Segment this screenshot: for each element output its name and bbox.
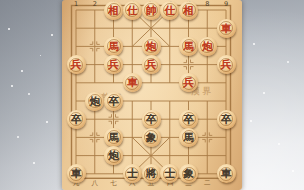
piece-black-soldier[interactable]: 卒 — [104, 92, 123, 111]
piece-black-chariot[interactable]: 車 — [67, 164, 86, 183]
sparkle-dot — [51, 34, 53, 36]
piece-black-horse[interactable]: 馬 — [179, 128, 198, 147]
piece-black-chariot[interactable]: 車 — [217, 164, 236, 183]
sparkle-dot — [17, 136, 19, 138]
piece-character: 車 — [127, 73, 138, 92]
piece-character: 卒 — [183, 110, 194, 129]
piece-black-elephant[interactable]: 象 — [142, 128, 161, 147]
video-frame: 123456789 九八七六五四三二一 楚河 漢界 相仕帥仕相車馬炮馬炮兵兵兵兵… — [0, 0, 304, 190]
piece-character: 兵 — [146, 55, 157, 74]
piece-black-general[interactable]: 將 — [142, 164, 161, 183]
sparkle-dot — [28, 93, 30, 95]
piece-red-elephant[interactable]: 相 — [179, 1, 198, 20]
piece-red-chariot[interactable]: 車 — [217, 19, 236, 38]
file-label-bottom: 二 — [202, 180, 212, 187]
piece-character: 兵 — [221, 55, 232, 74]
file-label-bottom: 七 — [109, 180, 119, 187]
piece-black-cannon[interactable]: 炮 — [85, 92, 104, 111]
piece-character: 相 — [183, 1, 194, 20]
sparkle-dot — [292, 170, 294, 172]
piece-character: 兵 — [108, 55, 119, 74]
piece-character: 仕 — [127, 1, 138, 20]
piece-character: 將 — [146, 164, 157, 183]
piece-character: 卒 — [108, 92, 119, 111]
piece-red-soldier[interactable]: 兵 — [104, 55, 123, 74]
sparkle-dot — [11, 85, 13, 87]
file-label-top: 9 — [221, 1, 231, 8]
piece-character: 馬 — [108, 37, 119, 56]
piece-character: 車 — [221, 164, 232, 183]
piece-character: 炮 — [108, 146, 119, 165]
piece-black-advisor[interactable]: 士 — [123, 164, 142, 183]
piece-red-general[interactable]: 帥 — [142, 1, 161, 20]
piece-character: 卒 — [221, 110, 232, 129]
piece-character: 士 — [127, 164, 138, 183]
piece-red-elephant[interactable]: 相 — [104, 1, 123, 20]
piece-red-cannon[interactable]: 炮 — [198, 37, 217, 56]
piece-character: 車 — [71, 164, 82, 183]
sparkle-dot — [278, 143, 280, 145]
piece-red-chariot[interactable]: 車 — [123, 73, 142, 92]
sparkle-dot — [46, 121, 48, 123]
piece-character: 仕 — [165, 1, 176, 20]
piece-character: 炮 — [146, 37, 157, 56]
sparkle-dot — [287, 61, 289, 63]
piece-black-horse[interactable]: 馬 — [104, 128, 123, 147]
piece-character: 車 — [221, 19, 232, 38]
file-label-top: 8 — [202, 1, 212, 8]
piece-character: 卒 — [146, 110, 157, 129]
piece-black-soldier[interactable]: 卒 — [217, 110, 236, 129]
sparkle-dot — [263, 92, 265, 94]
sparkle-dot — [250, 120, 252, 122]
piece-character: 兵 — [183, 73, 194, 92]
piece-black-soldier[interactable]: 卒 — [67, 110, 86, 129]
piece-black-soldier[interactable]: 卒 — [179, 110, 198, 129]
sparkle-dot — [21, 70, 23, 72]
piece-character: 兵 — [71, 55, 82, 74]
piece-character: 士 — [165, 164, 176, 183]
xiangqi-board[interactable]: 123456789 九八七六五四三二一 楚河 漢界 相仕帥仕相車馬炮馬炮兵兵兵兵… — [62, 0, 242, 190]
sparkle-dot — [40, 55, 41, 56]
piece-character: 象 — [146, 128, 157, 147]
sparkle-dot — [33, 162, 35, 164]
sparkle-dot — [8, 28, 10, 30]
piece-character: 炮 — [202, 37, 213, 56]
piece-red-soldier[interactable]: 兵 — [142, 55, 161, 74]
piece-character: 帥 — [146, 1, 157, 20]
piece-character: 馬 — [108, 128, 119, 147]
piece-red-horse[interactable]: 馬 — [179, 37, 198, 56]
file-label-bottom: 八 — [90, 180, 100, 187]
sparkle-dot — [253, 43, 255, 45]
piece-red-soldier[interactable]: 兵 — [67, 55, 86, 74]
piece-black-soldier[interactable]: 卒 — [142, 110, 161, 129]
piece-red-cannon[interactable]: 炮 — [142, 37, 161, 56]
piece-red-advisor[interactable]: 仕 — [123, 1, 142, 20]
piece-character: 馬 — [183, 37, 194, 56]
file-label-top: 2 — [90, 1, 100, 8]
piece-red-horse[interactable]: 馬 — [104, 37, 123, 56]
piece-black-cannon[interactable]: 炮 — [104, 146, 123, 165]
piece-red-advisor[interactable]: 仕 — [160, 1, 179, 20]
piece-character: 炮 — [90, 92, 101, 111]
piece-red-soldier[interactable]: 兵 — [217, 55, 236, 74]
file-label-top: 1 — [71, 1, 81, 8]
piece-character: 相 — [108, 1, 119, 20]
piece-character: 象 — [183, 164, 194, 183]
piece-character: 馬 — [183, 128, 194, 147]
piece-character: 卒 — [71, 110, 82, 129]
